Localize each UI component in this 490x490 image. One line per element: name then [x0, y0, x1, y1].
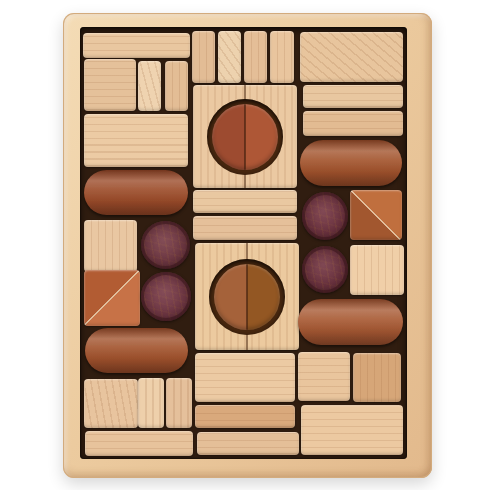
- square-bottom-right-1[interactable]: [298, 352, 350, 401]
- circle-frame-center-disc-seam: [246, 264, 248, 330]
- vertical-block-top-2[interactable]: [218, 31, 241, 83]
- vertical-block-left-2[interactable]: [165, 61, 188, 111]
- square-bottom-left[interactable]: [84, 379, 138, 428]
- big-block-bottom-right[interactable]: [301, 405, 403, 455]
- circle-frame-top-halfcircle-discs[interactable]: [212, 104, 278, 170]
- bar-right-2[interactable]: [303, 111, 403, 136]
- cylinder-left-1[interactable]: [84, 170, 188, 215]
- big-block-left[interactable]: [84, 114, 188, 167]
- bar-top-left[interactable]: [83, 33, 190, 58]
- maroon-disc-left-2[interactable]: [141, 272, 191, 321]
- maroon-disc-right-1[interactable]: [302, 192, 348, 240]
- cylinder-left-2[interactable]: [85, 328, 188, 373]
- tray-well: [80, 27, 407, 459]
- circle-frame-top-hole: [207, 99, 283, 175]
- square-right-1[interactable]: [350, 245, 404, 295]
- vertical-block-bottom-1[interactable]: [138, 378, 164, 428]
- wooden-tray: [63, 13, 432, 478]
- circle-frame-top-disc-seam: [244, 104, 246, 170]
- square-left-2[interactable]: [84, 220, 137, 272]
- bar-right-1[interactable]: [303, 85, 403, 108]
- bar-bottom-left[interactable]: [85, 431, 193, 456]
- bar-center-2[interactable]: [193, 216, 297, 240]
- bar-center-1[interactable]: [193, 190, 297, 213]
- vertical-block-left-1[interactable]: [138, 61, 161, 111]
- cylinder-right-1[interactable]: [300, 140, 402, 186]
- square-bottom-right-2[interactable]: [353, 353, 401, 402]
- bar-center-bottom[interactable]: [197, 432, 299, 455]
- triangle-pair-left[interactable]: [84, 270, 140, 326]
- big-block-top-right[interactable]: [300, 32, 403, 82]
- circle-frame-top[interactable]: [193, 85, 297, 188]
- photo-background: [0, 0, 490, 490]
- bar-center-3[interactable]: [195, 405, 295, 428]
- maroon-disc-right-2[interactable]: [302, 246, 348, 293]
- maroon-disc-left-1[interactable]: [141, 221, 190, 269]
- vertical-block-top-4[interactable]: [270, 31, 294, 83]
- circle-frame-center-hole: [209, 259, 285, 335]
- circle-frame-center-halfcircle-discs[interactable]: [214, 264, 280, 330]
- triangle-pair-right[interactable]: [350, 190, 402, 240]
- vertical-block-top-1[interactable]: [192, 31, 215, 83]
- vertical-block-top-3[interactable]: [244, 31, 267, 83]
- circle-frame-center[interactable]: [195, 243, 299, 350]
- vertical-block-bottom-2[interactable]: [166, 378, 192, 428]
- big-block-center[interactable]: [195, 353, 295, 402]
- cylinder-right-2[interactable]: [298, 299, 403, 345]
- square-left-1[interactable]: [84, 59, 136, 111]
